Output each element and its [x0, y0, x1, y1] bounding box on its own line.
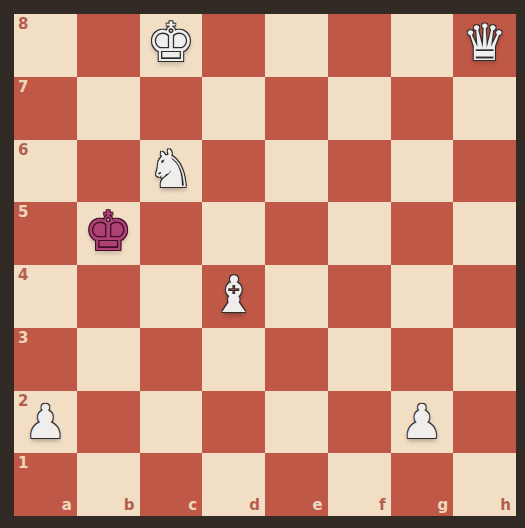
square-a4[interactable]: 4 [14, 265, 77, 328]
square-f3[interactable] [328, 328, 391, 391]
square-a1[interactable]: 1a [14, 453, 77, 516]
square-d2[interactable] [202, 391, 265, 454]
square-g3[interactable] [391, 328, 454, 391]
square-e5[interactable] [265, 202, 328, 265]
square-a2[interactable]: 2♟ [14, 391, 77, 454]
chess-board: 8♚♛76♞5♚4♝32♟♟1abcdefgh [14, 14, 516, 516]
square-c1[interactable]: c [140, 453, 203, 516]
file-label-c: c [188, 498, 197, 513]
square-e8[interactable] [265, 14, 328, 77]
square-c4[interactable] [140, 265, 203, 328]
square-f4[interactable] [328, 265, 391, 328]
square-b8[interactable] [77, 14, 140, 77]
file-label-a: a [62, 498, 72, 513]
rank-label-5: 5 [18, 205, 28, 220]
square-h8[interactable]: ♛ [453, 14, 516, 77]
square-e4[interactable] [265, 265, 328, 328]
square-a3[interactable]: 3 [14, 328, 77, 391]
square-g6[interactable] [391, 140, 454, 203]
rank-label-7: 7 [18, 80, 28, 95]
file-label-b: b [124, 498, 135, 513]
white-king-c8[interactable]: ♚ [147, 16, 195, 70]
square-d6[interactable] [202, 140, 265, 203]
white-pawn-g2[interactable]: ♟ [401, 398, 443, 445]
square-d3[interactable] [202, 328, 265, 391]
square-h3[interactable] [453, 328, 516, 391]
square-b3[interactable] [77, 328, 140, 391]
square-e2[interactable] [265, 391, 328, 454]
white-bishop-d4[interactable]: ♝ [211, 270, 256, 320]
square-f7[interactable] [328, 77, 391, 140]
square-h2[interactable] [453, 391, 516, 454]
rank-label-6: 6 [18, 143, 28, 158]
square-f1[interactable]: f [328, 453, 391, 516]
square-a8[interactable]: 8 [14, 14, 77, 77]
black-king-b5[interactable]: ♚ [84, 205, 132, 259]
square-g2[interactable]: ♟ [391, 391, 454, 454]
square-c6[interactable]: ♞ [140, 140, 203, 203]
square-h6[interactable] [453, 140, 516, 203]
file-label-h: h [500, 498, 511, 513]
white-queen-h8[interactable]: ♛ [462, 18, 507, 68]
file-label-d: d [249, 498, 260, 513]
square-c3[interactable] [140, 328, 203, 391]
square-h4[interactable] [453, 265, 516, 328]
square-b6[interactable] [77, 140, 140, 203]
square-f5[interactable] [328, 202, 391, 265]
square-h1[interactable]: h [453, 453, 516, 516]
square-e7[interactable] [265, 77, 328, 140]
square-g7[interactable] [391, 77, 454, 140]
chess-board-frame: 8♚♛76♞5♚4♝32♟♟1abcdefgh [0, 0, 525, 528]
square-h5[interactable] [453, 202, 516, 265]
square-b2[interactable] [77, 391, 140, 454]
square-b1[interactable]: b [77, 453, 140, 516]
square-c2[interactable] [140, 391, 203, 454]
white-knight-c6[interactable]: ♞ [148, 143, 195, 195]
square-h7[interactable] [453, 77, 516, 140]
square-c5[interactable] [140, 202, 203, 265]
rank-label-8: 8 [18, 17, 28, 32]
square-d5[interactable] [202, 202, 265, 265]
square-b7[interactable] [77, 77, 140, 140]
square-b4[interactable] [77, 265, 140, 328]
file-label-g: g [438, 498, 449, 513]
square-g4[interactable] [391, 265, 454, 328]
rank-label-1: 1 [18, 456, 28, 471]
rank-label-3: 3 [18, 331, 28, 346]
square-g1[interactable]: g [391, 453, 454, 516]
square-g5[interactable] [391, 202, 454, 265]
square-d7[interactable] [202, 77, 265, 140]
file-label-e: e [313, 498, 323, 513]
white-pawn-a2[interactable]: ♟ [24, 398, 66, 445]
square-a6[interactable]: 6 [14, 140, 77, 203]
square-a7[interactable]: 7 [14, 77, 77, 140]
square-d4[interactable]: ♝ [202, 265, 265, 328]
square-d8[interactable] [202, 14, 265, 77]
square-f8[interactable] [328, 14, 391, 77]
square-d1[interactable]: d [202, 453, 265, 516]
square-e6[interactable] [265, 140, 328, 203]
square-e3[interactable] [265, 328, 328, 391]
square-b5[interactable]: ♚ [77, 202, 140, 265]
square-c7[interactable] [140, 77, 203, 140]
rank-label-4: 4 [18, 268, 28, 283]
square-g8[interactable] [391, 14, 454, 77]
square-e1[interactable]: e [265, 453, 328, 516]
file-label-f: f [379, 498, 386, 513]
square-f6[interactable] [328, 140, 391, 203]
square-c8[interactable]: ♚ [140, 14, 203, 77]
square-a5[interactable]: 5 [14, 202, 77, 265]
square-f2[interactable] [328, 391, 391, 454]
